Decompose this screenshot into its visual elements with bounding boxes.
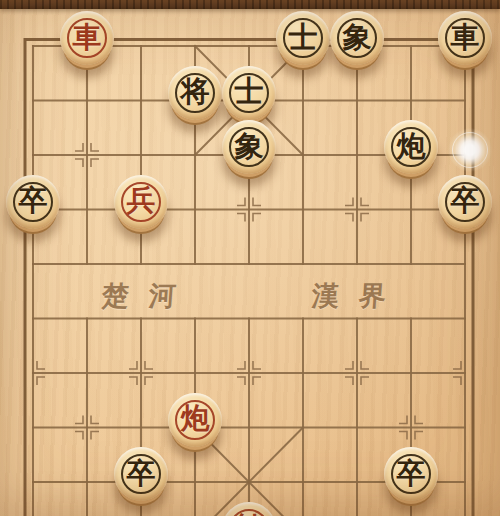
last-move-indicator <box>447 127 493 173</box>
piece-red-cannon[interactable]: 炮 <box>168 393 222 447</box>
piece-ring <box>337 18 377 58</box>
piece-ring <box>283 18 323 58</box>
piece-black-general[interactable]: 将 <box>168 66 222 120</box>
piece-ring <box>391 127 431 167</box>
piece-ring <box>121 182 161 222</box>
piece-black-chariot[interactable]: 車 <box>438 11 492 65</box>
piece-black-soldier[interactable]: 卒 <box>6 175 60 229</box>
piece-ring <box>229 73 269 113</box>
wood-frame-top <box>0 0 500 9</box>
piece-ring <box>175 73 215 113</box>
piece-black-soldier[interactable]: 卒 <box>438 175 492 229</box>
piece-red-chariot[interactable]: 車 <box>60 11 114 65</box>
piece-ring <box>445 182 485 222</box>
piece-black-elephant[interactable]: 象 <box>330 11 384 65</box>
river-label-han-jie: 漢界 <box>311 278 408 314</box>
piece-black-cannon[interactable]: 炮 <box>384 120 438 174</box>
piece-ring <box>445 18 485 58</box>
river-label-chu-he: 楚河 <box>101 278 198 314</box>
piece-black-soldier[interactable]: 卒 <box>384 447 438 501</box>
piece-black-elephant[interactable]: 象 <box>222 120 276 174</box>
piece-ring <box>13 182 53 222</box>
piece-black-advisor[interactable]: 士 <box>276 11 330 65</box>
piece-ring <box>175 400 215 440</box>
piece-ring <box>121 454 161 494</box>
piece-ring <box>229 127 269 167</box>
piece-black-soldier[interactable]: 卒 <box>114 447 168 501</box>
xiangqi-board[interactable]: 楚河 漢界 車 士 象 車 将 士 象 炮 卒 兵 <box>0 0 500 516</box>
piece-red-soldier[interactable]: 兵 <box>114 175 168 229</box>
piece-ring <box>391 454 431 494</box>
piece-ring <box>67 18 107 58</box>
piece-black-advisor[interactable]: 士 <box>222 66 276 120</box>
